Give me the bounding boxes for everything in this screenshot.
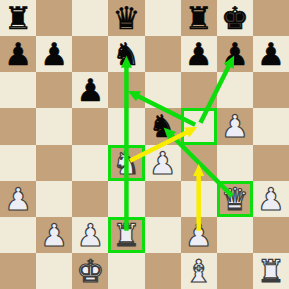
square-f8[interactable]: ♜ xyxy=(181,0,217,36)
square-a2[interactable] xyxy=(0,217,36,253)
square-c8[interactable] xyxy=(72,0,108,36)
white-knight[interactable]: ♞ xyxy=(108,145,144,181)
square-c7[interactable] xyxy=(72,36,108,72)
white-queen[interactable]: ♛ xyxy=(217,181,253,217)
square-b8[interactable] xyxy=(36,0,72,36)
square-e1[interactable] xyxy=(145,253,181,289)
square-d8[interactable]: ♛ xyxy=(108,0,144,36)
square-d1[interactable] xyxy=(108,253,144,289)
square-d4-highlighted[interactable]: ♞ xyxy=(108,145,144,181)
square-g6[interactable] xyxy=(217,72,253,108)
square-b3[interactable] xyxy=(36,181,72,217)
black-king[interactable]: ♚ xyxy=(217,0,253,36)
square-d5[interactable] xyxy=(108,108,144,144)
square-e4[interactable]: ♟ xyxy=(145,145,181,181)
square-b2[interactable]: ♟ xyxy=(36,217,72,253)
white-pawn[interactable]: ♟ xyxy=(36,217,72,253)
square-g7[interactable]: ♟ xyxy=(217,36,253,72)
square-e2[interactable] xyxy=(145,217,181,253)
black-pawn[interactable]: ♟ xyxy=(72,72,108,108)
square-b6[interactable] xyxy=(36,72,72,108)
square-b5[interactable] xyxy=(36,108,72,144)
white-rook[interactable]: ♜ xyxy=(253,253,289,289)
square-c4[interactable] xyxy=(72,145,108,181)
square-a5[interactable] xyxy=(0,108,36,144)
square-g5[interactable]: ♟ xyxy=(217,108,253,144)
square-c5[interactable] xyxy=(72,108,108,144)
square-a8[interactable]: ♜ xyxy=(0,0,36,36)
square-d3[interactable] xyxy=(108,181,144,217)
square-f4[interactable] xyxy=(181,145,217,181)
square-b7[interactable]: ♟ xyxy=(36,36,72,72)
white-pawn[interactable]: ♟ xyxy=(72,217,108,253)
square-c2[interactable]: ♟ xyxy=(72,217,108,253)
white-rook[interactable]: ♜ xyxy=(108,217,144,253)
square-f3[interactable] xyxy=(181,181,217,217)
square-g1[interactable] xyxy=(217,253,253,289)
white-pawn[interactable]: ♟ xyxy=(181,217,217,253)
square-h1[interactable]: ♜ xyxy=(253,253,289,289)
black-knight[interactable]: ♞ xyxy=(145,108,181,144)
square-h4[interactable] xyxy=(253,145,289,181)
square-h5[interactable] xyxy=(253,108,289,144)
black-knight[interactable]: ♞ xyxy=(108,36,144,72)
square-h6[interactable] xyxy=(253,72,289,108)
square-f2[interactable]: ♟ xyxy=(181,217,217,253)
square-b4[interactable] xyxy=(36,145,72,181)
square-f5-highlighted[interactable] xyxy=(181,108,217,144)
square-g2[interactable] xyxy=(217,217,253,253)
white-bishop[interactable]: ♝ xyxy=(181,253,217,289)
square-d2-highlighted[interactable]: ♜ xyxy=(108,217,144,253)
black-pawn[interactable]: ♟ xyxy=(217,36,253,72)
square-d6[interactable] xyxy=(108,72,144,108)
square-h2[interactable] xyxy=(253,217,289,253)
white-pawn[interactable]: ♟ xyxy=(0,181,36,217)
square-f6[interactable] xyxy=(181,72,217,108)
black-pawn[interactable]: ♟ xyxy=(36,36,72,72)
square-g8[interactable]: ♚ xyxy=(217,0,253,36)
square-g4[interactable] xyxy=(217,145,253,181)
white-pawn[interactable]: ♟ xyxy=(253,181,289,217)
white-pawn[interactable]: ♟ xyxy=(217,108,253,144)
square-f7[interactable]: ♟ xyxy=(181,36,217,72)
square-a1[interactable] xyxy=(0,253,36,289)
square-a3[interactable]: ♟ xyxy=(0,181,36,217)
white-pawn[interactable]: ♟ xyxy=(145,145,181,181)
square-e6[interactable] xyxy=(145,72,181,108)
white-king[interactable]: ♚ xyxy=(72,253,108,289)
square-e7[interactable] xyxy=(145,36,181,72)
square-b1[interactable] xyxy=(36,253,72,289)
square-d7[interactable]: ♞ xyxy=(108,36,144,72)
square-e3[interactable] xyxy=(145,181,181,217)
square-c3[interactable] xyxy=(72,181,108,217)
square-a4[interactable] xyxy=(0,145,36,181)
square-c1[interactable]: ♚ xyxy=(72,253,108,289)
black-pawn[interactable]: ♟ xyxy=(0,36,36,72)
square-a7[interactable]: ♟ xyxy=(0,36,36,72)
black-pawn[interactable]: ♟ xyxy=(181,36,217,72)
chess-app: ♜♛♜♚♟♟♞♟♟♟♟♞♟♞♟♟♛♟♟♟♜♟♚♝♜ xyxy=(0,0,289,289)
black-rook[interactable]: ♜ xyxy=(181,0,217,36)
black-queen[interactable]: ♛ xyxy=(108,0,144,36)
square-a6[interactable] xyxy=(0,72,36,108)
chess-board: ♜♛♜♚♟♟♞♟♟♟♟♞♟♞♟♟♛♟♟♟♜♟♚♝♜ xyxy=(0,0,289,289)
square-e5[interactable]: ♞ xyxy=(145,108,181,144)
square-h3[interactable]: ♟ xyxy=(253,181,289,217)
square-h7[interactable]: ♟ xyxy=(253,36,289,72)
black-rook[interactable]: ♜ xyxy=(0,0,36,36)
black-pawn[interactable]: ♟ xyxy=(253,36,289,72)
square-h8[interactable] xyxy=(253,0,289,36)
square-c6[interactable]: ♟ xyxy=(72,72,108,108)
square-e8[interactable] xyxy=(145,0,181,36)
square-g3-highlighted[interactable]: ♛ xyxy=(217,181,253,217)
square-f1[interactable]: ♝ xyxy=(181,253,217,289)
